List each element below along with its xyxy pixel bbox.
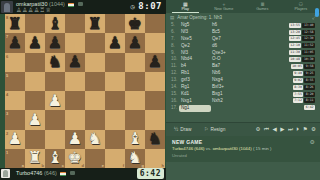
square-g6[interactable] xyxy=(125,53,145,72)
square-e6[interactable] xyxy=(85,53,105,72)
black-pawn-a7[interactable]: ♟ xyxy=(5,33,25,52)
square-f4[interactable] xyxy=(105,91,125,110)
move-time-chips: 9:028:55 xyxy=(293,78,315,83)
scrollbar-thumb[interactable] xyxy=(315,8,319,17)
square-g3[interactable] xyxy=(125,110,145,129)
square-a2[interactable]: 2♟ xyxy=(5,130,25,149)
side-panel: ▦Play＋New Game≣Games⚇Players ▤ Amar Open… xyxy=(166,0,320,180)
white-move[interactable]: Nxg1 xyxy=(181,98,209,105)
black-pawn-b7[interactable]: ♟ xyxy=(25,33,45,52)
move-number: 17. xyxy=(171,105,177,112)
move-row: 16.Nxg1Nxh27:128:11 xyxy=(166,98,320,105)
square-g5[interactable] xyxy=(125,72,145,91)
white-move[interactable]: Qe2 xyxy=(181,43,209,50)
move-row: 10.Nbd4O-O10:4810:30 xyxy=(166,56,320,63)
square-a7[interactable]: 7♟ xyxy=(5,33,25,52)
rank-label: 6 xyxy=(6,54,8,59)
resign-button[interactable]: ⚐Resign xyxy=(204,123,225,136)
black-time-chip: 13:40 xyxy=(302,23,315,28)
black-move[interactable]: Bxg1 xyxy=(212,91,240,98)
square-a8[interactable]: 8♜ xyxy=(5,14,25,33)
panel-tab-bar: ▦Play＋New Game≣Games⚇Players xyxy=(166,0,320,13)
black-pawn-d6[interactable]: ♟ xyxy=(65,53,85,72)
black-time-chip: 8:26 xyxy=(304,85,315,90)
top-player-badge-icon xyxy=(78,2,83,6)
bottom-player-rating: (646) xyxy=(44,170,57,176)
black-time-chip: 11:52 xyxy=(302,43,315,48)
clock-icon: ◷ xyxy=(131,3,136,11)
opening-book-icon: ▤ xyxy=(170,15,174,20)
black-time-chip: 11:05 xyxy=(302,50,315,55)
square-f8[interactable] xyxy=(105,14,125,33)
square-b1[interactable]: b♜ xyxy=(25,149,45,168)
square-a5[interactable]: 5 xyxy=(5,72,25,91)
square-h3[interactable] xyxy=(145,110,165,129)
black-time-chip: 12:58 xyxy=(302,30,315,35)
move-number: 13. xyxy=(171,77,177,84)
white-time-chip: 9:40 xyxy=(293,71,304,76)
black-king-g8[interactable]: ♚ xyxy=(125,14,145,33)
bottom-player-flag-icon xyxy=(60,172,66,176)
black-move[interactable]: Ba7 xyxy=(212,63,240,70)
move-time-chips: 7:128:11 xyxy=(293,98,315,103)
black-move[interactable]: Nxg4 xyxy=(212,77,240,84)
square-e5[interactable] xyxy=(85,72,105,91)
top-player-bar: omkarpatil30 (1044) ♙♙♙♙♖♕ ◷8:07 xyxy=(0,0,166,14)
square-d8[interactable] xyxy=(65,14,85,33)
top-player-flag-icon xyxy=(68,3,74,7)
move-number: 15. xyxy=(171,91,177,98)
white-move[interactable]: Rg1 xyxy=(181,84,209,91)
black-move[interactable]: Nb6 xyxy=(212,70,240,77)
black-rook-e8[interactable]: ♜ xyxy=(85,14,105,33)
black-move[interactable]: Bxf3+ xyxy=(212,84,240,91)
square-a4[interactable]: 4 xyxy=(5,91,25,110)
white-move[interactable]: Nbd4 xyxy=(181,56,209,63)
move-row: 11.b4Ba710:059:58 xyxy=(166,63,320,70)
tab-games[interactable]: ≣Games xyxy=(243,0,282,13)
bottom-player-name[interactable]: Turbo4746 (646) xyxy=(16,170,75,176)
square-f3[interactable] xyxy=(105,110,125,129)
square-b5[interactable] xyxy=(25,72,45,91)
square-c4[interactable]: ♟ xyxy=(45,91,65,110)
square-e7[interactable] xyxy=(85,33,105,52)
square-g1[interactable]: g♞ xyxy=(125,149,145,168)
white-time-chip: 8:30 xyxy=(293,85,304,90)
move-list[interactable]: 5.Ng5h613:5513:406.Nf3Bc513:2012:587.Nxe… xyxy=(166,22,320,112)
move-nav-icons: ⚙⏮◀▶⏭⏵⚑⚙ xyxy=(256,123,316,136)
new-game-rated-status: Unrated xyxy=(172,153,187,158)
rank-label: 1 xyxy=(6,150,8,155)
analysis-icon[interactable]: ⚙ xyxy=(256,123,261,136)
black-move[interactable]: Bc5 xyxy=(212,29,240,36)
app-screen: omkarpatil30 (1044) ♙♙♙♙♖♕ ◷8:07 8♜♝♜♚7♟… xyxy=(0,0,320,180)
move-time-chips: 10:4810:30 xyxy=(289,57,315,62)
move-time-chips: 12:4512:30 xyxy=(289,36,315,41)
move-number: 11. xyxy=(171,63,177,70)
move-time-chips: 12:1011:52 xyxy=(289,43,315,48)
square-b8[interactable] xyxy=(25,14,45,33)
square-d3[interactable] xyxy=(65,110,85,129)
black-pawn-g7[interactable]: ♟ xyxy=(125,33,145,52)
white-move[interactable]: Kd1 xyxy=(181,91,209,98)
bottom-player-bar: Turbo4746 (646) 6:42 xyxy=(0,168,166,180)
square-c3[interactable] xyxy=(45,110,65,129)
chess-board[interactable]: 8♜♝♜♚7♟♟♟♟♟6♞♟♟54♟3♟2♟♟♞♝♞1ab♜c♝d♚efg♞h xyxy=(5,14,165,168)
square-h6[interactable]: ♟ xyxy=(145,53,165,72)
square-e4[interactable] xyxy=(85,91,105,110)
square-b2[interactable] xyxy=(25,130,45,149)
move-number: 8. xyxy=(171,43,175,50)
black-move[interactable]: d6 xyxy=(212,43,240,50)
black-knight-c6[interactable]: ♞ xyxy=(45,53,65,72)
square-h5[interactable] xyxy=(145,72,165,91)
white-time-chip: 10:05 xyxy=(291,64,304,69)
black-time-chip: 9:58 xyxy=(304,64,315,69)
game-controls-bar: ½Draw ⚐Resign ⚙⏮◀▶⏭⏵⚑⚙ xyxy=(166,122,320,137)
play-icon[interactable]: ⏵ xyxy=(296,123,299,136)
square-e1[interactable]: e xyxy=(85,149,105,168)
black-rook-a8[interactable]: ♜ xyxy=(5,14,25,33)
black-move[interactable]: h6 xyxy=(212,22,240,29)
time-control: ( 15 min ) xyxy=(253,146,272,151)
white-king-d1[interactable]: ♚ xyxy=(65,149,85,168)
rank-label: 3 xyxy=(6,111,8,116)
move-time-chips: 13:5513:40 xyxy=(289,23,315,28)
move-time-chips: 13:2012:58 xyxy=(289,30,315,35)
black-pawn-h6[interactable]: ♟ xyxy=(145,53,165,72)
square-b6[interactable] xyxy=(25,53,45,72)
square-d2[interactable]: ♟ xyxy=(65,130,85,149)
square-e2[interactable]: ♞ xyxy=(85,130,105,149)
move-number: 9. xyxy=(171,50,175,57)
flip-board-icon[interactable]: ⚑ xyxy=(303,123,308,136)
white-move[interactable]: gxf3 xyxy=(181,77,209,84)
first-move-icon[interactable]: ⏮ xyxy=(264,123,269,136)
move-number: 6. xyxy=(171,29,175,36)
white-time-chip: 11:30 xyxy=(289,50,302,55)
white-time-chip: 10:48 xyxy=(289,57,302,62)
move-time-chips: 8:308:26 xyxy=(293,85,315,90)
square-d6[interactable]: ♟ xyxy=(65,53,85,72)
move-time-chips: 6:42 xyxy=(304,105,315,110)
move-row: 5.Ng5h613:5513:40 xyxy=(166,22,320,29)
black-time-chip: 10:30 xyxy=(302,57,315,62)
white-time-chip: 13:55 xyxy=(289,23,302,28)
square-d1[interactable]: d♚ xyxy=(65,149,85,168)
prev-move-icon[interactable]: ◀ xyxy=(272,123,276,136)
white-move[interactable]: Nxe5 xyxy=(181,36,209,43)
black-bishop-c8[interactable]: ♝ xyxy=(45,14,65,33)
white-bishop-c1[interactable]: ♝ xyxy=(45,149,65,168)
square-e3[interactable] xyxy=(85,110,105,129)
square-c8[interactable]: ♝ xyxy=(45,14,65,33)
last-move-icon[interactable]: ⏭ xyxy=(288,123,293,136)
white-time-chip: 6:42 xyxy=(304,105,315,110)
black-time-chip: 9:25 xyxy=(304,71,315,76)
black-player-link[interactable]: omkarpatil30 (1044) xyxy=(213,146,252,151)
move-row: 12.Rb1Nb69:409:25 xyxy=(166,70,320,77)
square-g4[interactable] xyxy=(125,91,145,110)
white-move[interactable]: Ng1 xyxy=(179,105,211,112)
tab-play[interactable]: ▦Play xyxy=(166,0,205,13)
white-pawn-c4[interactable]: ♟ xyxy=(45,91,65,110)
square-c7[interactable]: ♟ xyxy=(45,33,65,52)
top-player-clock: ◷8:07 xyxy=(131,1,162,11)
white-rook-b1[interactable]: ♜ xyxy=(25,149,45,168)
square-a6[interactable]: 6 xyxy=(5,53,25,72)
square-c1[interactable]: c♝ xyxy=(45,149,65,168)
move-row: 9.Nf3Qxe3+11:3011:05 xyxy=(166,50,320,57)
square-a1[interactable]: 1a xyxy=(5,149,25,168)
move-number: 10. xyxy=(171,56,177,63)
move-time-chips: 11:3011:05 xyxy=(289,50,315,55)
white-pawn-a2[interactable]: ♟ xyxy=(5,130,25,149)
black-time-chip: 8:55 xyxy=(304,78,315,83)
bottom-player-avatar[interactable] xyxy=(1,169,10,178)
white-time-chip: 12:45 xyxy=(289,36,302,41)
move-time-chips: 10:059:58 xyxy=(291,64,315,69)
black-pawn-f7[interactable]: ♟ xyxy=(105,33,125,52)
move-row: 7.Nxe5Qe712:4512:30 xyxy=(166,36,320,43)
square-f5[interactable] xyxy=(105,72,125,91)
white-knight-g1[interactable]: ♞ xyxy=(125,149,145,168)
black-time-chip: 8:20 xyxy=(304,92,315,97)
white-pawn-b3[interactable]: ♟ xyxy=(25,110,45,129)
black-move[interactable]: O-O xyxy=(212,56,240,63)
square-g2[interactable]: ♝ xyxy=(125,130,145,149)
square-d7[interactable] xyxy=(65,33,85,52)
white-move[interactable]: Rb1 xyxy=(181,70,209,77)
black-move[interactable]: Qe7 xyxy=(212,36,240,43)
square-b4[interactable] xyxy=(25,91,45,110)
move-number: 12. xyxy=(171,70,177,77)
white-player-link[interactable]: Turbo4746 (646) xyxy=(172,146,205,151)
square-d4[interactable] xyxy=(65,91,85,110)
square-f7[interactable]: ♟ xyxy=(105,33,125,52)
square-c5[interactable] xyxy=(45,72,65,91)
square-e8[interactable]: ♜ xyxy=(85,14,105,33)
new-game-title: NEW GAME xyxy=(172,139,202,145)
white-time-chip: 9:02 xyxy=(293,78,304,83)
draw-button[interactable]: ½Draw xyxy=(174,123,191,136)
white-move[interactable]: Nf3 xyxy=(181,29,209,36)
square-d5[interactable] xyxy=(65,72,85,91)
square-h2[interactable]: ♞ xyxy=(145,130,165,149)
move-number: 5. xyxy=(171,22,175,29)
white-move[interactable]: Ng5 xyxy=(181,22,209,29)
move-time-chips: 7:558:20 xyxy=(293,92,315,97)
square-h8[interactable] xyxy=(145,14,165,33)
square-f6[interactable] xyxy=(105,53,125,72)
move-number: 16. xyxy=(171,98,177,105)
resign-flag-icon: ⚐ xyxy=(204,126,208,132)
move-number: 7. xyxy=(171,36,175,43)
white-knight-e2[interactable]: ♞ xyxy=(85,130,105,149)
white-time-chip: 13:20 xyxy=(289,30,302,35)
white-move[interactable]: b4 xyxy=(181,63,209,70)
draw-icon: ½ xyxy=(174,126,178,132)
white-time-chip: 7:12 xyxy=(293,98,304,103)
new-game-settings-icon[interactable]: ⚙ xyxy=(310,138,315,145)
square-c2[interactable] xyxy=(45,130,65,149)
bottom-player-clock: 6:42 xyxy=(137,168,164,179)
black-pawn-c7[interactable]: ♟ xyxy=(45,33,65,52)
black-time-chip: 12:30 xyxy=(302,36,315,41)
opening-name: Amar Opening: 1. Nh3 xyxy=(177,15,222,20)
move-row: 13.gxf3Nxg49:028:55 xyxy=(166,77,320,84)
square-h1[interactable]: h xyxy=(145,149,165,168)
move-number: 14. xyxy=(171,84,177,91)
white-time-chip: 12:10 xyxy=(289,43,302,48)
square-a3[interactable]: 3 xyxy=(5,110,25,129)
white-time-chip: 7:55 xyxy=(293,92,304,97)
black-time-chip: 8:11 xyxy=(304,98,315,103)
move-row: 15.Kd1Bxg17:558:20 xyxy=(166,91,320,98)
square-c6[interactable]: ♞ xyxy=(45,53,65,72)
square-h4[interactable] xyxy=(145,91,165,110)
new-game-section: NEW GAME ⚙ Turbo4746 (646) vs. omkarpati… xyxy=(166,136,320,162)
move-row: 17.Ng16:42 xyxy=(166,105,320,112)
square-g8[interactable]: ♚ xyxy=(125,14,145,33)
move-row: 8.Qe2d612:1011:52 xyxy=(166,43,320,50)
tab-new-game[interactable]: ＋New Game xyxy=(205,0,244,13)
settings-icon[interactable]: ⚙ xyxy=(311,123,316,136)
black-move[interactable]: Nxh2 xyxy=(212,98,240,105)
square-b3[interactable]: ♟ xyxy=(25,110,45,129)
square-f1[interactable]: f xyxy=(105,149,125,168)
new-game-matchup: Turbo4746 (646) vs. omkarpatil30 (1044) … xyxy=(172,146,271,151)
move-row: 6.Nf3Bc513:2012:58 xyxy=(166,29,320,36)
move-time-chips: 9:409:25 xyxy=(293,71,315,76)
square-h7[interactable] xyxy=(145,33,165,52)
top-player-rating: (1044) xyxy=(49,1,65,7)
rank-label: 4 xyxy=(6,92,8,97)
black-knight-h2[interactable]: ♞ xyxy=(145,130,165,149)
white-bishop-g2[interactable]: ♝ xyxy=(125,130,145,149)
white-pawn-d2[interactable]: ♟ xyxy=(65,130,85,149)
white-move[interactable]: Nf3 xyxy=(181,50,209,57)
square-g7[interactable]: ♟ xyxy=(125,33,145,52)
square-b7[interactable]: ♟ xyxy=(25,33,45,52)
move-row: 14.Rg1Bxf3+8:308:26 xyxy=(166,84,320,91)
top-captured-pieces: ♙♙♙♙♖♕ xyxy=(16,7,51,14)
black-move[interactable]: Qxe3+ xyxy=(212,50,240,57)
next-move-icon[interactable]: ▶ xyxy=(280,123,284,136)
square-f2[interactable] xyxy=(105,130,125,149)
top-player-avatar[interactable] xyxy=(1,1,13,13)
rank-label: 5 xyxy=(6,73,8,78)
opening-name-row[interactable]: ▤ Amar Opening: 1. Nh3 ⤢ xyxy=(170,14,316,21)
bottom-captured-tray xyxy=(70,171,75,175)
